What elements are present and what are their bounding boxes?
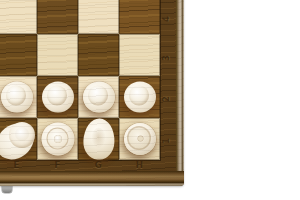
square-h4[interactable] — [119, 0, 160, 34]
board-grid — [0, 0, 160, 160]
square-e1[interactable] — [0, 118, 37, 160]
square-g1[interactable] — [78, 118, 119, 160]
square-f2[interactable] — [37, 76, 78, 118]
file-label-g: G — [78, 159, 119, 171]
pawn-ball — [88, 86, 108, 106]
piece-white-pawn[interactable] — [83, 82, 115, 113]
rank-label-1: 1 — [161, 135, 173, 147]
photo-background: E F G H 4 3 2 1 — [0, 0, 300, 200]
square-g2[interactable] — [78, 76, 119, 118]
square-g3[interactable] — [78, 34, 119, 76]
square-g4[interactable] — [78, 0, 119, 34]
square-h2[interactable] — [119, 76, 160, 118]
file-label-h: H — [119, 159, 160, 171]
king-kball — [15, 127, 29, 141]
file-label-f: F — [37, 159, 78, 171]
bishop-dot — [55, 135, 62, 142]
square-f3[interactable] — [37, 34, 78, 76]
rank-label-4: 4 — [161, 13, 173, 25]
chess-board: E F G H 4 3 2 1 — [0, 0, 184, 186]
square-e4[interactable] — [0, 0, 37, 34]
piece-white-rook[interactable] — [124, 123, 156, 155]
square-h1[interactable] — [119, 118, 160, 160]
square-e3[interactable] — [0, 34, 37, 76]
square-f1[interactable] — [37, 118, 78, 160]
piece-white-pawn[interactable] — [1, 82, 33, 113]
pawn-ball — [6, 86, 26, 106]
piece-white-bishop[interactable] — [41, 123, 74, 156]
piece-white-pawn[interactable] — [124, 82, 156, 113]
rank-label-2: 2 — [161, 93, 173, 105]
square-f4[interactable] — [37, 0, 78, 34]
rank-label-3: 3 — [161, 52, 173, 64]
file-label-e: E — [0, 159, 37, 171]
square-h3[interactable] — [119, 34, 160, 76]
square-e2[interactable] — [0, 76, 37, 118]
knight-mane — [91, 128, 106, 149]
piece-white-king[interactable] — [0, 121, 39, 161]
piece-white-pawn[interactable] — [42, 82, 74, 113]
pawn-ball — [47, 86, 67, 106]
piece-white-knight[interactable] — [83, 119, 114, 160]
board-side-edge-right — [176, 0, 184, 173]
board-side-edge-bottom — [0, 171, 184, 186]
pawn-ball — [129, 86, 149, 106]
